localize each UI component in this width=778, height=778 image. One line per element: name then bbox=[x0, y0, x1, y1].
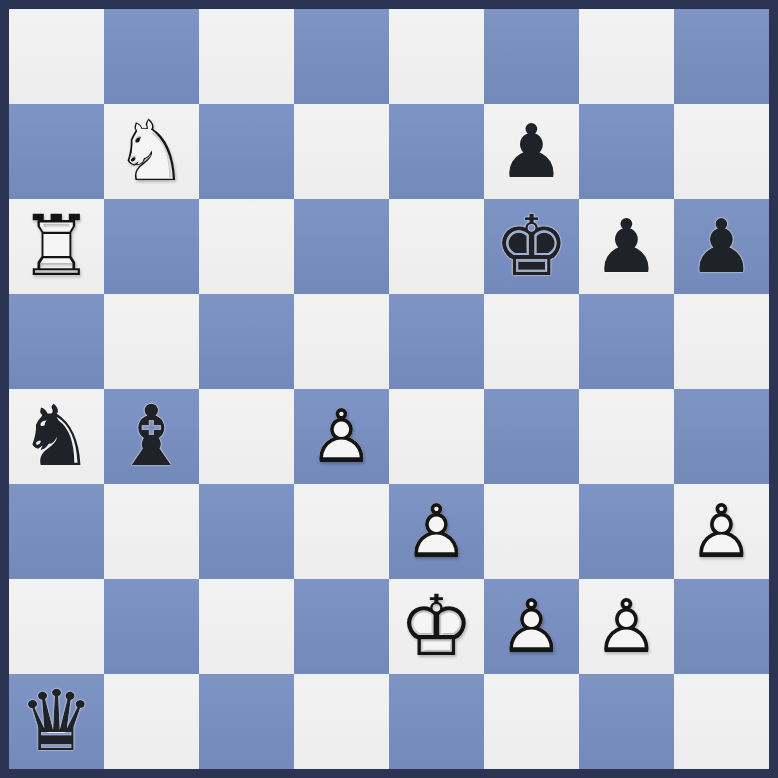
square-g8[interactable] bbox=[579, 9, 674, 104]
square-g4[interactable] bbox=[579, 389, 674, 484]
black-pawn-glyph-base: ♙ bbox=[484, 104, 579, 199]
white-knight-glyph-detail: ♘ bbox=[104, 104, 199, 199]
square-a4[interactable]: ♘♞ bbox=[9, 389, 104, 484]
square-h7[interactable] bbox=[674, 104, 769, 199]
white-king-glyph-base: ♚ bbox=[389, 579, 484, 674]
square-g2[interactable]: ♟♙ bbox=[579, 579, 674, 674]
piece-black-bishop[interactable]: ♗♝ bbox=[104, 389, 199, 484]
white-king-glyph-detail: ♔ bbox=[389, 579, 484, 674]
piece-white-pawn[interactable]: ♟♙ bbox=[674, 484, 769, 579]
square-a7[interactable] bbox=[9, 104, 104, 199]
square-g3[interactable] bbox=[579, 484, 674, 579]
square-f3[interactable] bbox=[484, 484, 579, 579]
square-a5[interactable] bbox=[9, 294, 104, 389]
black-bishop-glyph-base: ♗ bbox=[104, 389, 199, 484]
white-pawn-glyph-base: ♟ bbox=[294, 389, 389, 484]
black-pawn-glyph-detail: ♟ bbox=[674, 199, 769, 294]
black-pawn-glyph-detail: ♟ bbox=[579, 199, 674, 294]
square-a3[interactable] bbox=[9, 484, 104, 579]
square-d1[interactable] bbox=[294, 674, 389, 769]
square-d8[interactable] bbox=[294, 9, 389, 104]
white-pawn-glyph-base: ♟ bbox=[389, 484, 484, 579]
square-d6[interactable] bbox=[294, 199, 389, 294]
square-e6[interactable] bbox=[389, 199, 484, 294]
square-c4[interactable] bbox=[199, 389, 294, 484]
square-c2[interactable] bbox=[199, 579, 294, 674]
white-rook-glyph-detail: ♖ bbox=[9, 199, 104, 294]
black-pawn-glyph-base: ♙ bbox=[579, 199, 674, 294]
square-c7[interactable] bbox=[199, 104, 294, 199]
square-e1[interactable] bbox=[389, 674, 484, 769]
white-pawn-glyph-detail: ♙ bbox=[389, 484, 484, 579]
square-b5[interactable] bbox=[104, 294, 199, 389]
piece-white-knight[interactable]: ♞♘ bbox=[104, 104, 199, 199]
square-c6[interactable] bbox=[199, 199, 294, 294]
black-pawn-glyph-base: ♙ bbox=[674, 199, 769, 294]
square-b8[interactable] bbox=[104, 9, 199, 104]
piece-white-pawn[interactable]: ♟♙ bbox=[294, 389, 389, 484]
square-h4[interactable] bbox=[674, 389, 769, 484]
piece-white-rook[interactable]: ♜♖ bbox=[9, 199, 104, 294]
white-pawn-glyph-detail: ♙ bbox=[484, 579, 579, 674]
piece-white-pawn[interactable]: ♟♙ bbox=[389, 484, 484, 579]
square-f2[interactable]: ♟♙ bbox=[484, 579, 579, 674]
square-a6[interactable]: ♜♖ bbox=[9, 199, 104, 294]
piece-black-queen[interactable]: ♕♛ bbox=[9, 674, 104, 769]
black-bishop-glyph-detail: ♝ bbox=[104, 389, 199, 484]
black-knight-glyph-detail: ♞ bbox=[9, 389, 104, 484]
piece-black-pawn[interactable]: ♙♟ bbox=[484, 104, 579, 199]
white-pawn-glyph-detail: ♙ bbox=[674, 484, 769, 579]
square-f5[interactable] bbox=[484, 294, 579, 389]
square-a2[interactable] bbox=[9, 579, 104, 674]
square-e3[interactable]: ♟♙ bbox=[389, 484, 484, 579]
square-h2[interactable] bbox=[674, 579, 769, 674]
square-g7[interactable] bbox=[579, 104, 674, 199]
square-e7[interactable] bbox=[389, 104, 484, 199]
square-f7[interactable]: ♙♟ bbox=[484, 104, 579, 199]
square-h8[interactable] bbox=[674, 9, 769, 104]
chess-board: ♞♘♙♟♜♖♔♚♙♟♙♟♘♞♗♝♟♙♟♙♟♙♚♔♟♙♟♙♕♛ bbox=[9, 9, 769, 769]
piece-black-king[interactable]: ♔♚ bbox=[484, 199, 579, 294]
square-c5[interactable] bbox=[199, 294, 294, 389]
black-king-glyph-detail: ♚ bbox=[484, 199, 579, 294]
white-pawn-glyph-detail: ♙ bbox=[579, 579, 674, 674]
square-d4[interactable]: ♟♙ bbox=[294, 389, 389, 484]
black-queen-glyph-detail: ♛ bbox=[9, 674, 104, 769]
square-f6[interactable]: ♔♚ bbox=[484, 199, 579, 294]
square-f4[interactable] bbox=[484, 389, 579, 484]
square-b2[interactable] bbox=[104, 579, 199, 674]
square-d7[interactable] bbox=[294, 104, 389, 199]
white-rook-glyph-base: ♜ bbox=[9, 199, 104, 294]
square-a8[interactable] bbox=[9, 9, 104, 104]
square-f1[interactable] bbox=[484, 674, 579, 769]
black-king-glyph-base: ♔ bbox=[484, 199, 579, 294]
white-knight-glyph-base: ♞ bbox=[104, 104, 199, 199]
square-f8[interactable] bbox=[484, 9, 579, 104]
square-e4[interactable] bbox=[389, 389, 484, 484]
white-pawn-glyph-detail: ♙ bbox=[294, 389, 389, 484]
square-h5[interactable] bbox=[674, 294, 769, 389]
piece-white-pawn[interactable]: ♟♙ bbox=[579, 579, 674, 674]
square-c1[interactable] bbox=[199, 674, 294, 769]
square-g6[interactable]: ♙♟ bbox=[579, 199, 674, 294]
square-b6[interactable] bbox=[104, 199, 199, 294]
square-b4[interactable]: ♗♝ bbox=[104, 389, 199, 484]
square-d3[interactable] bbox=[294, 484, 389, 579]
square-e2[interactable]: ♚♔ bbox=[389, 579, 484, 674]
square-b7[interactable]: ♞♘ bbox=[104, 104, 199, 199]
square-d2[interactable] bbox=[294, 579, 389, 674]
piece-white-king[interactable]: ♚♔ bbox=[389, 579, 484, 674]
square-c3[interactable] bbox=[199, 484, 294, 579]
square-b1[interactable] bbox=[104, 674, 199, 769]
white-pawn-glyph-base: ♟ bbox=[674, 484, 769, 579]
black-pawn-glyph-detail: ♟ bbox=[484, 104, 579, 199]
square-g5[interactable] bbox=[579, 294, 674, 389]
square-h3[interactable]: ♟♙ bbox=[674, 484, 769, 579]
square-b3[interactable] bbox=[104, 484, 199, 579]
square-d5[interactable] bbox=[294, 294, 389, 389]
square-c8[interactable] bbox=[199, 9, 294, 104]
square-e5[interactable] bbox=[389, 294, 484, 389]
white-pawn-glyph-base: ♟ bbox=[579, 579, 674, 674]
piece-black-pawn[interactable]: ♙♟ bbox=[579, 199, 674, 294]
square-e8[interactable] bbox=[389, 9, 484, 104]
black-knight-glyph-base: ♘ bbox=[9, 389, 104, 484]
white-pawn-glyph-base: ♟ bbox=[484, 579, 579, 674]
piece-black-pawn[interactable]: ♙♟ bbox=[674, 199, 769, 294]
black-queen-glyph-base: ♕ bbox=[9, 674, 104, 769]
piece-black-knight[interactable]: ♘♞ bbox=[9, 389, 104, 484]
square-g1[interactable] bbox=[579, 674, 674, 769]
square-h1[interactable] bbox=[674, 674, 769, 769]
chess-board-frame: ♞♘♙♟♜♖♔♚♙♟♙♟♘♞♗♝♟♙♟♙♟♙♚♔♟♙♟♙♕♛ bbox=[0, 0, 778, 778]
square-h6[interactable]: ♙♟ bbox=[674, 199, 769, 294]
square-a1[interactable]: ♕♛ bbox=[9, 674, 104, 769]
piece-white-pawn[interactable]: ♟♙ bbox=[484, 579, 579, 674]
